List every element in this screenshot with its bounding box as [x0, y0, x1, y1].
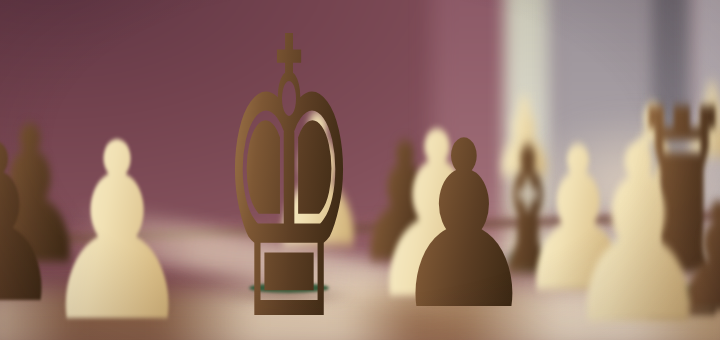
black-pawn-f4: ♟ — [392, 111, 537, 340]
chess-photo-scene: ♟♟♟♟♚♟♟♟♝♟♟♟♝♜♟♟ — [0, 0, 720, 340]
white-pawn-b4: ♟ — [40, 111, 194, 340]
pieces-layer: ♟♟♟♟♚♟♟♟♝♟♟♟♝♜♟♟ — [0, 0, 720, 340]
white-pawn-h4: ♟ — [561, 114, 715, 340]
black-king-d4: ♚ — [220, 0, 358, 340]
